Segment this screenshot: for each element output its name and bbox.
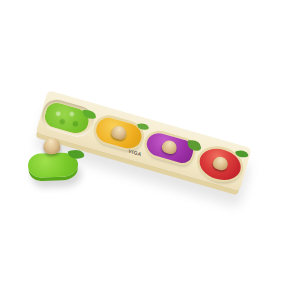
tomato-leaf-icon: [235, 149, 249, 160]
green-pepper-leaf-icon: [68, 147, 85, 161]
product-photo: VIGA: [0, 0, 300, 300]
loose-piece-green-pepper[interactable]: [25, 145, 86, 183]
eggplant-piece[interactable]: [144, 130, 196, 165]
empty-recess[interactable]: [38, 96, 97, 140]
printed-green-pepper-image: [42, 100, 91, 136]
wooden-peg[interactable]: [211, 155, 229, 172]
green-pepper-leaf-icon: [82, 109, 95, 118]
green-pepper-body: [28, 152, 79, 178]
tomato-piece[interactable]: [195, 144, 244, 184]
yellow-pepper-piece[interactable]: [93, 115, 144, 152]
wooden-peg[interactable]: [43, 138, 61, 155]
slot-tomato[interactable]: [189, 134, 252, 191]
wooden-peg[interactable]: [161, 138, 179, 155]
wooden-peg[interactable]: [110, 124, 128, 141]
